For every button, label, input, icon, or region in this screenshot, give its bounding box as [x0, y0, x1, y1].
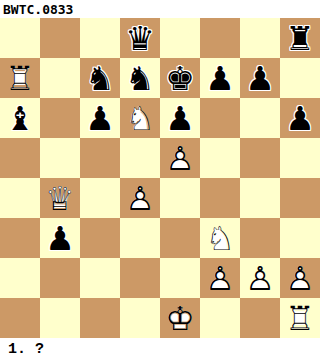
square-a3[interactable]	[0, 218, 40, 258]
square-a4[interactable]	[0, 178, 40, 218]
white-pawn-f2: ♟♙	[200, 258, 240, 298]
square-h5[interactable]	[280, 138, 320, 178]
black-pawn-h6: ♟	[280, 98, 320, 138]
square-h8[interactable]: ♜	[280, 18, 320, 58]
square-g6[interactable]	[240, 98, 280, 138]
black-pawn-g7: ♟	[240, 58, 280, 98]
square-d4[interactable]: ♟♙	[120, 178, 160, 218]
square-b2[interactable]	[40, 258, 80, 298]
white-rook-h1: ♜♖	[280, 298, 320, 338]
white-pawn-h2: ♟♙	[280, 258, 320, 298]
square-e4[interactable]	[160, 178, 200, 218]
black-king-e7: ♚	[160, 58, 200, 98]
black-rook-h8: ♜	[280, 18, 320, 58]
square-f5[interactable]	[200, 138, 240, 178]
square-a6[interactable]: ♝	[0, 98, 40, 138]
square-g8[interactable]	[240, 18, 280, 58]
square-d1[interactable]	[120, 298, 160, 338]
black-pawn-f7: ♟	[200, 58, 240, 98]
square-b1[interactable]	[40, 298, 80, 338]
square-e5[interactable]: ♟♙	[160, 138, 200, 178]
black-pawn-c6: ♟	[80, 98, 120, 138]
square-g1[interactable]	[240, 298, 280, 338]
square-c7[interactable]: ♞	[80, 58, 120, 98]
square-c8[interactable]	[80, 18, 120, 58]
square-c3[interactable]	[80, 218, 120, 258]
white-knight-f3: ♞♘	[200, 218, 240, 258]
square-e7[interactable]: ♚	[160, 58, 200, 98]
move-prompt: 1. ?	[0, 341, 44, 358]
puzzle-title: BWTC.0833	[0, 2, 73, 17]
square-f8[interactable]	[200, 18, 240, 58]
square-d8[interactable]: ♛	[120, 18, 160, 58]
square-c2[interactable]	[80, 258, 120, 298]
square-f2[interactable]: ♟♙	[200, 258, 240, 298]
square-f1[interactable]	[200, 298, 240, 338]
square-b3[interactable]: ♟	[40, 218, 80, 258]
square-e2[interactable]	[160, 258, 200, 298]
square-b7[interactable]	[40, 58, 80, 98]
square-h3[interactable]	[280, 218, 320, 258]
square-d6[interactable]: ♞♘	[120, 98, 160, 138]
square-f7[interactable]: ♟	[200, 58, 240, 98]
square-d2[interactable]	[120, 258, 160, 298]
square-b4[interactable]: ♛♕	[40, 178, 80, 218]
square-g7[interactable]: ♟	[240, 58, 280, 98]
square-b5[interactable]	[40, 138, 80, 178]
square-f4[interactable]	[200, 178, 240, 218]
square-d5[interactable]	[120, 138, 160, 178]
white-king-e1: ♚♔	[160, 298, 200, 338]
square-d3[interactable]	[120, 218, 160, 258]
square-h1[interactable]: ♜♖	[280, 298, 320, 338]
white-rook-a7: ♜♖	[0, 58, 40, 98]
square-c5[interactable]	[80, 138, 120, 178]
square-b8[interactable]	[40, 18, 80, 58]
square-f3[interactable]: ♞♘	[200, 218, 240, 258]
title-bar: BWTC.0833	[0, 0, 320, 18]
square-g4[interactable]	[240, 178, 280, 218]
black-queen-d8: ♛	[120, 18, 160, 58]
square-g2[interactable]: ♟♙	[240, 258, 280, 298]
square-f6[interactable]	[200, 98, 240, 138]
black-bishop-a6: ♝	[0, 98, 40, 138]
black-knight-c7: ♞	[80, 58, 120, 98]
square-h7[interactable]	[280, 58, 320, 98]
square-h4[interactable]	[280, 178, 320, 218]
white-queen-b4: ♛♕	[40, 178, 80, 218]
square-a2[interactable]	[0, 258, 40, 298]
black-pawn-b3: ♟	[40, 218, 80, 258]
square-h6[interactable]: ♟	[280, 98, 320, 138]
square-a7[interactable]: ♜♖	[0, 58, 40, 98]
square-e8[interactable]	[160, 18, 200, 58]
white-pawn-d4: ♟♙	[120, 178, 160, 218]
white-pawn-e5: ♟♙	[160, 138, 200, 178]
black-knight-d7: ♞	[120, 58, 160, 98]
square-e6[interactable]: ♟	[160, 98, 200, 138]
square-c1[interactable]	[80, 298, 120, 338]
square-e3[interactable]	[160, 218, 200, 258]
square-d7[interactable]: ♞	[120, 58, 160, 98]
square-c6[interactable]: ♟	[80, 98, 120, 138]
white-knight-d6: ♞♘	[120, 98, 160, 138]
square-e1[interactable]: ♚♔	[160, 298, 200, 338]
square-g5[interactable]	[240, 138, 280, 178]
square-a5[interactable]	[0, 138, 40, 178]
chess-board: ♛♜♜♖♞♞♚♟♟♝♟♞♘♟♟♟♙♛♕♟♙♟♞♘♟♙♟♙♟♙♚♔♜♖	[0, 18, 320, 338]
square-g3[interactable]	[240, 218, 280, 258]
square-a1[interactable]	[0, 298, 40, 338]
square-h2[interactable]: ♟♙	[280, 258, 320, 298]
square-b6[interactable]	[40, 98, 80, 138]
white-pawn-g2: ♟♙	[240, 258, 280, 298]
square-c4[interactable]	[80, 178, 120, 218]
status-bar: 1. ?	[0, 338, 320, 360]
black-pawn-e6: ♟	[160, 98, 200, 138]
square-a8[interactable]	[0, 18, 40, 58]
